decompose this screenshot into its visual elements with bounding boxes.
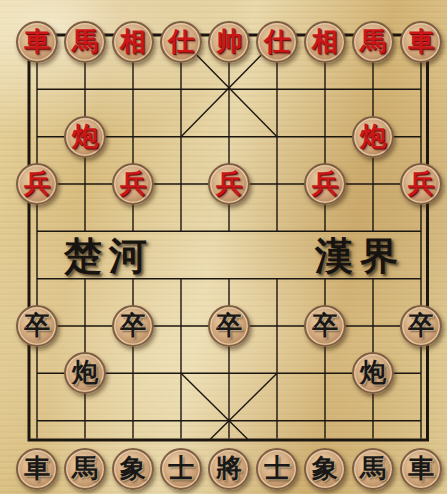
piece-glyph: 仕: [264, 28, 290, 54]
piece-glyph: 炮: [360, 123, 386, 149]
piece-black-elephant[interactable]: 象: [112, 448, 154, 490]
piece-glyph: 車: [408, 455, 434, 481]
piece-glyph: 士: [264, 455, 290, 481]
piece-glyph: 馬: [72, 28, 98, 54]
piece-red-rook[interactable]: 車: [16, 21, 58, 63]
piece-glyph: 卒: [120, 312, 146, 338]
piece-red-horse[interactable]: 馬: [352, 21, 394, 63]
piece-black-advisor[interactable]: 士: [256, 448, 298, 490]
piece-red-soldier[interactable]: 兵: [304, 163, 346, 205]
piece-glyph: 相: [120, 28, 146, 54]
piece-glyph: 兵: [408, 170, 434, 196]
piece-black-elephant[interactable]: 象: [304, 448, 346, 490]
piece-glyph: 象: [120, 455, 146, 481]
piece-glyph: 兵: [120, 170, 146, 196]
piece-glyph: 馬: [360, 455, 386, 481]
piece-glyph: 卒: [216, 312, 242, 338]
piece-glyph: 炮: [72, 123, 98, 149]
piece-glyph: 兵: [312, 170, 338, 196]
piece-glyph: 將: [216, 455, 242, 481]
piece-red-elephant[interactable]: 相: [304, 21, 346, 63]
piece-black-advisor[interactable]: 士: [160, 448, 202, 490]
piece-black-soldier[interactable]: 卒: [208, 305, 250, 347]
piece-black-rook[interactable]: 車: [400, 448, 442, 490]
piece-glyph: 卒: [408, 312, 434, 338]
piece-black-horse[interactable]: 馬: [352, 448, 394, 490]
piece-black-cannon[interactable]: 炮: [352, 352, 394, 394]
piece-glyph: 卒: [24, 312, 50, 338]
piece-red-advisor[interactable]: 仕: [256, 21, 298, 63]
piece-red-horse[interactable]: 馬: [64, 21, 106, 63]
piece-black-horse[interactable]: 馬: [64, 448, 106, 490]
river-label-chu-he: 楚河: [64, 233, 154, 279]
piece-glyph: 車: [24, 28, 50, 54]
piece-glyph: 車: [408, 28, 434, 54]
piece-red-soldier[interactable]: 兵: [208, 163, 250, 205]
piece-black-soldier[interactable]: 卒: [400, 305, 442, 347]
piece-glyph: 仕: [168, 28, 194, 54]
piece-black-cannon[interactable]: 炮: [64, 352, 106, 394]
piece-red-soldier[interactable]: 兵: [112, 163, 154, 205]
piece-red-soldier[interactable]: 兵: [400, 163, 442, 205]
piece-glyph: 馬: [360, 28, 386, 54]
piece-black-soldier[interactable]: 卒: [304, 305, 346, 347]
piece-glyph: 兵: [216, 170, 242, 196]
piece-glyph: 馬: [72, 455, 98, 481]
piece-black-rook[interactable]: 車: [16, 448, 58, 490]
xiangqi-board: 楚河 漢界 車馬相仕帅仕相馬車炮炮兵兵兵兵兵卒卒卒卒卒炮炮車馬象士將士象馬車: [0, 0, 447, 494]
piece-red-advisor[interactable]: 仕: [160, 21, 202, 63]
piece-glyph: 象: [312, 455, 338, 481]
piece-glyph: 卒: [312, 312, 338, 338]
piece-glyph: 炮: [72, 359, 98, 385]
piece-glyph: 士: [168, 455, 194, 481]
piece-glyph: 車: [24, 455, 50, 481]
piece-red-cannon[interactable]: 炮: [64, 116, 106, 158]
piece-red-soldier[interactable]: 兵: [16, 163, 58, 205]
piece-red-cannon[interactable]: 炮: [352, 116, 394, 158]
river-label-han-jie: 漢界: [315, 233, 405, 279]
piece-black-soldier[interactable]: 卒: [16, 305, 58, 347]
piece-black-soldier[interactable]: 卒: [112, 305, 154, 347]
piece-glyph: 兵: [24, 170, 50, 196]
piece-red-rook[interactable]: 車: [400, 21, 442, 63]
piece-glyph: 相: [312, 28, 338, 54]
piece-glyph: 帅: [216, 28, 242, 54]
piece-red-elephant[interactable]: 相: [112, 21, 154, 63]
piece-red-general[interactable]: 帅: [208, 21, 250, 63]
piece-glyph: 炮: [360, 359, 386, 385]
piece-black-general[interactable]: 將: [208, 448, 250, 490]
